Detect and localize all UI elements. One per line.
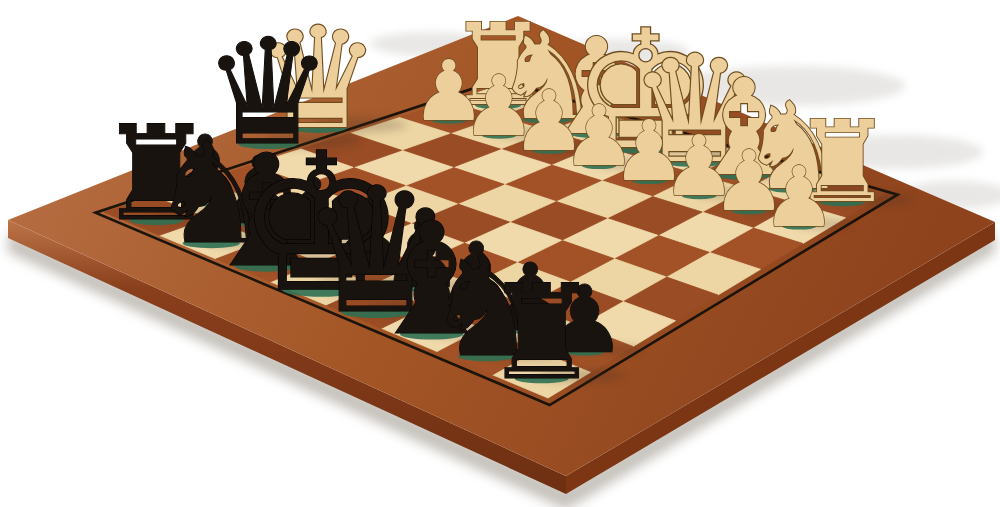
piece-white-p-a2: ♟	[762, 148, 837, 246]
chess-set-photo: ♜♞♟♛♝♟♛♚♟♛♟♝♟♞♟♜♟♟♜♟♟♞♟♝♟♟♚♟♛♟♝♟♞♜	[0, 0, 1000, 507]
piece-black-r-a8: ♜	[483, 256, 600, 409]
chess-board: ♜♞♟♛♝♟♛♚♟♛♟♝♟♞♟♜♟♟♜♟♟♞♟♝♟♟♚♟♛♟♝♟♞♜	[0, 0, 1000, 507]
